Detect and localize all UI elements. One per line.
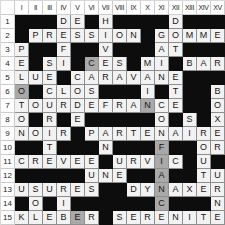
- cell-r6c3[interactable]: C: [43, 85, 57, 99]
- cell-r5c1[interactable]: L: [15, 71, 29, 85]
- cell-r15c7-black: [99, 211, 113, 225]
- cell-r1c6-black: [85, 15, 99, 29]
- cell-r3c2-black: [29, 43, 43, 57]
- cell-r5c8[interactable]: A: [113, 71, 127, 85]
- cell-r4c4[interactable]: I: [57, 57, 71, 71]
- cell-r3c5-black: [71, 43, 85, 57]
- cell-r10c5-black: [71, 141, 85, 155]
- cell-r6c9-black: [127, 85, 141, 99]
- cell-r13c1[interactable]: U: [15, 183, 29, 197]
- cell-r13c12[interactable]: A: [169, 183, 183, 197]
- cell-r10c13-black: [183, 141, 197, 155]
- cell-r8c2-black: [29, 113, 43, 127]
- cell-r6c4[interactable]: L: [57, 85, 71, 99]
- row-header-12: 12: [1, 169, 15, 183]
- cell-r2c9[interactable]: N: [127, 29, 141, 43]
- cell-r11c13-black: [183, 155, 197, 169]
- cell-r12c4-black: [57, 169, 71, 183]
- cell-r10c15[interactable]: R: [211, 141, 225, 155]
- cell-r6c7-black: [99, 85, 113, 99]
- cell-r7c5[interactable]: D: [71, 99, 85, 113]
- cell-r14c1-black: [15, 197, 29, 211]
- cell-r15c4[interactable]: B: [57, 211, 71, 225]
- cell-r5c14-black: [197, 71, 211, 85]
- col-header-XIV: XIV: [197, 1, 211, 15]
- cell-r7c2[interactable]: O: [29, 99, 43, 113]
- cell-r3c13-black: [183, 43, 197, 57]
- cell-r7c14-black: [197, 99, 211, 113]
- cell-r5c11[interactable]: N: [155, 71, 169, 85]
- col-header-VIII: VIII: [113, 1, 127, 15]
- cell-r9c7[interactable]: A: [99, 127, 113, 141]
- cell-r5c10[interactable]: A: [141, 71, 155, 85]
- cell-r8c15[interactable]: X: [211, 113, 225, 127]
- cell-r5c7[interactable]: R: [99, 71, 113, 85]
- cell-r4c10[interactable]: M: [141, 57, 155, 71]
- cell-r15c1[interactable]: K: [15, 211, 29, 225]
- cell-r1c4[interactable]: D: [57, 15, 71, 29]
- cell-r12c12-black: [169, 169, 183, 183]
- cell-r15c10[interactable]: R: [141, 211, 155, 225]
- cell-r8c9-black: [127, 113, 141, 127]
- cell-r3c10-black: [141, 43, 155, 57]
- cell-r11c5[interactable]: E: [71, 155, 85, 169]
- cell-r5c4-black: [57, 71, 71, 85]
- cell-r12c14[interactable]: T: [197, 169, 211, 183]
- cell-r4c7[interactable]: E: [99, 57, 113, 71]
- cell-r6c14-black: [197, 85, 211, 99]
- cell-r7c11[interactable]: C: [155, 99, 169, 113]
- cell-r2c14[interactable]: M: [197, 29, 211, 43]
- cell-r1c14-black: [197, 15, 211, 29]
- cell-r3c3-black: [43, 43, 57, 57]
- cell-r15c11[interactable]: E: [155, 211, 169, 225]
- row-header-13: 13: [1, 183, 15, 197]
- cell-r6c11-black: [155, 85, 169, 99]
- cell-r8c14-black: [197, 113, 211, 127]
- cell-r1c7[interactable]: H: [99, 15, 113, 29]
- col-header-III: III: [43, 1, 57, 15]
- cell-r4c12-black: [169, 57, 183, 71]
- cell-r10c2-black: [29, 141, 43, 155]
- cell-r1c10-black: [141, 15, 155, 29]
- cell-r4c3[interactable]: S: [43, 57, 57, 71]
- cell-r9c3[interactable]: I: [43, 127, 57, 141]
- cell-r8c10-black: [141, 113, 155, 127]
- cell-r3c4[interactable]: F: [57, 43, 71, 57]
- cell-r10c10-black: [141, 141, 155, 155]
- row-header-7: 7: [1, 99, 15, 113]
- cell-r14c11[interactable]: C: [155, 197, 169, 211]
- cell-r3c7[interactable]: V: [99, 43, 113, 57]
- cell-r15c13[interactable]: I: [183, 211, 197, 225]
- col-header-I: I: [15, 1, 29, 15]
- row-header-2: 2: [1, 29, 15, 43]
- col-header-VII: VII: [99, 1, 113, 15]
- cell-r14c13-black: [183, 197, 197, 211]
- cell-r12c15[interactable]: U: [211, 169, 225, 183]
- cell-r14c7-black: [99, 197, 113, 211]
- cell-r3c1[interactable]: P: [15, 43, 29, 57]
- cell-r11c2[interactable]: R: [29, 155, 43, 169]
- cell-r15c6[interactable]: R: [85, 211, 99, 225]
- cell-r2c3[interactable]: R: [43, 29, 57, 43]
- cell-r12c11[interactable]: A: [155, 169, 169, 183]
- cell-r10c14[interactable]: O: [197, 141, 211, 155]
- row-header-3: 3: [1, 43, 15, 57]
- cell-r15c9[interactable]: E: [127, 211, 141, 225]
- col-header-XI: XI: [155, 1, 169, 15]
- row-header-9: 9: [1, 127, 15, 141]
- cell-r10c1-black: [15, 141, 29, 155]
- cell-r9c1[interactable]: N: [15, 127, 29, 141]
- cell-r7c3[interactable]: U: [43, 99, 57, 113]
- cell-r9c10[interactable]: E: [141, 127, 155, 141]
- cell-r3c14-black: [197, 43, 211, 57]
- cell-r11c8[interactable]: U: [113, 155, 127, 169]
- cell-r6c15[interactable]: B: [211, 85, 225, 99]
- cell-r6c6[interactable]: S: [85, 85, 99, 99]
- cell-r15c14[interactable]: T: [197, 211, 211, 225]
- cell-r11c4[interactable]: V: [57, 155, 71, 169]
- cell-r11c1[interactable]: C: [15, 155, 29, 169]
- cell-r4c1[interactable]: E: [15, 57, 29, 71]
- cell-r13c10[interactable]: Y: [141, 183, 155, 197]
- cell-r1c2-black: [29, 15, 43, 29]
- cell-r9c13[interactable]: I: [183, 127, 197, 141]
- cell-r11c6[interactable]: E: [85, 155, 99, 169]
- cell-r8c6-black: [85, 113, 99, 127]
- cell-r2c8[interactable]: O: [113, 29, 127, 43]
- cell-r4c2-black: [29, 57, 43, 71]
- cell-r6c10[interactable]: I: [141, 85, 155, 99]
- cell-r5c5[interactable]: C: [71, 71, 85, 85]
- cell-r10c4-black: [57, 141, 71, 155]
- cell-r1c12[interactable]: D: [169, 15, 183, 29]
- cell-r10c12-black: [169, 141, 183, 155]
- cell-r13c6[interactable]: S: [85, 183, 99, 197]
- cell-r12c1-black: [15, 169, 29, 183]
- cell-r15c5[interactable]: E: [71, 211, 85, 225]
- cell-r11c9[interactable]: R: [127, 155, 141, 169]
- cell-r9c14[interactable]: R: [197, 127, 211, 141]
- cell-r15c12[interactable]: N: [169, 211, 183, 225]
- cell-r13c14[interactable]: E: [197, 183, 211, 197]
- cell-r10c7[interactable]: N: [99, 141, 113, 155]
- cell-r6c12[interactable]: T: [169, 85, 183, 99]
- cell-r9c2[interactable]: O: [29, 127, 43, 141]
- cell-r15c15[interactable]: E: [211, 211, 225, 225]
- cell-r14c12-black: [169, 197, 183, 211]
- col-header-XIII: XIII: [183, 1, 197, 15]
- cell-r5c12[interactable]: E: [169, 71, 183, 85]
- cell-r14c5-black: [71, 197, 85, 211]
- cell-r4c9-black: [127, 57, 141, 71]
- row-header-4: 4: [1, 57, 15, 71]
- cell-r14c10-black: [141, 197, 155, 211]
- cell-r2c12[interactable]: O: [169, 29, 183, 43]
- cell-r13c11[interactable]: N: [155, 183, 169, 197]
- cell-r7c10[interactable]: N: [141, 99, 155, 113]
- cell-r2c10-black: [141, 29, 155, 43]
- cell-r12c6[interactable]: U: [85, 169, 99, 183]
- cell-r1c1-black: [15, 15, 29, 29]
- corner-cell: [1, 1, 15, 15]
- cell-r13c13[interactable]: X: [183, 183, 197, 197]
- cell-r6c13-black: [183, 85, 197, 99]
- cell-r14c6-black: [85, 197, 99, 211]
- cell-r12c7[interactable]: N: [99, 169, 113, 183]
- row-header-11: 11: [1, 155, 15, 169]
- cell-r13c5[interactable]: E: [71, 183, 85, 197]
- cell-r10c3[interactable]: T: [43, 141, 57, 155]
- cell-r4c8[interactable]: S: [113, 57, 127, 71]
- cell-r8c5[interactable]: E: [71, 113, 85, 127]
- cell-r1c13-black: [183, 15, 197, 29]
- cell-r7c6[interactable]: E: [85, 99, 99, 113]
- cell-r11c12[interactable]: C: [169, 155, 183, 169]
- cell-r7c1[interactable]: T: [15, 99, 29, 113]
- cell-r12c13-black: [183, 169, 197, 183]
- cell-r7c9[interactable]: A: [127, 99, 141, 113]
- cell-r8c11[interactable]: O: [155, 113, 169, 127]
- cell-r3c8-black: [113, 43, 127, 57]
- cell-r14c15[interactable]: N: [211, 197, 225, 211]
- cell-r9c12[interactable]: A: [169, 127, 183, 141]
- cell-r3c6-black: [85, 43, 99, 57]
- cell-r6c5[interactable]: O: [71, 85, 85, 99]
- cell-r1c15-black: [211, 15, 225, 29]
- row-header-14: 14: [1, 197, 15, 211]
- cell-r3c9-black: [127, 43, 141, 57]
- cell-r2c15[interactable]: E: [211, 29, 225, 43]
- cell-r7c15[interactable]: O: [211, 99, 225, 113]
- row-header-15: 15: [1, 211, 15, 225]
- cell-r7c7[interactable]: F: [99, 99, 113, 113]
- cell-r8c3[interactable]: R: [43, 113, 57, 127]
- col-header-II: II: [29, 1, 43, 15]
- cell-r4c14[interactable]: A: [197, 57, 211, 71]
- cell-r7c8[interactable]: R: [113, 99, 127, 113]
- cell-r13c2[interactable]: S: [29, 183, 43, 197]
- cell-r5c2[interactable]: U: [29, 71, 43, 85]
- cell-r11c3[interactable]: E: [43, 155, 57, 169]
- cell-r1c9-black: [127, 15, 141, 29]
- cell-r2c6[interactable]: S: [85, 29, 99, 43]
- cell-r5c9[interactable]: V: [127, 71, 141, 85]
- cell-r8c13[interactable]: S: [183, 113, 197, 127]
- cell-r5c13-black: [183, 71, 197, 85]
- cell-r1c11-black: [155, 15, 169, 29]
- cell-r14c2[interactable]: O: [29, 197, 43, 211]
- col-header-V: V: [71, 1, 85, 15]
- cell-r8c4-black: [57, 113, 71, 127]
- col-header-VI: VI: [85, 1, 99, 15]
- cell-r12c10-black: [141, 169, 155, 183]
- cell-r8c12-black: [169, 113, 183, 127]
- cell-r9c4[interactable]: R: [57, 127, 71, 141]
- cell-r8c1[interactable]: O: [15, 113, 29, 127]
- cell-r2c2[interactable]: P: [29, 29, 43, 43]
- cell-r2c7[interactable]: I: [99, 29, 113, 43]
- cell-r2c1-black: [15, 29, 29, 43]
- cell-r9c8[interactable]: R: [113, 127, 127, 141]
- cell-r5c3[interactable]: E: [43, 71, 57, 85]
- cell-r12c5-black: [71, 169, 85, 183]
- cell-r4c6[interactable]: C: [85, 57, 99, 71]
- cell-r6c1[interactable]: O: [15, 85, 29, 99]
- cell-r14c4[interactable]: I: [57, 197, 71, 211]
- cell-r11c15-black: [211, 155, 225, 169]
- cell-r10c8-black: [113, 141, 127, 155]
- cell-r14c3-black: [43, 197, 57, 211]
- cell-r2c13[interactable]: M: [183, 29, 197, 43]
- cell-r3c15-black: [211, 43, 225, 57]
- cell-r4c11[interactable]: I: [155, 57, 169, 71]
- cell-r5c6[interactable]: A: [85, 71, 99, 85]
- cell-r15c8[interactable]: S: [113, 211, 127, 225]
- cell-r13c7-black: [99, 183, 113, 197]
- cell-r6c8-black: [113, 85, 127, 99]
- cell-r1c3-black: [43, 15, 57, 29]
- row-header-6: 6: [1, 85, 15, 99]
- cell-r3c12[interactable]: T: [169, 43, 183, 57]
- cell-r2c4[interactable]: E: [57, 29, 71, 43]
- cell-r12c2-black: [29, 169, 43, 183]
- col-header-XV: XV: [211, 1, 225, 15]
- row-header-8: 8: [1, 113, 15, 127]
- cell-r7c13-black: [183, 99, 197, 113]
- cell-r12c3-black: [43, 169, 57, 183]
- col-header-X: X: [141, 1, 155, 15]
- cell-r12c8[interactable]: E: [113, 169, 127, 183]
- cell-r9c15[interactable]: E: [211, 127, 225, 141]
- cell-r1c5[interactable]: E: [71, 15, 85, 29]
- cell-r4c15[interactable]: R: [211, 57, 225, 71]
- cell-r9c9[interactable]: T: [127, 127, 141, 141]
- cell-r10c9-black: [127, 141, 141, 155]
- cell-r14c14-black: [197, 197, 211, 211]
- cell-r10c11[interactable]: F: [155, 141, 169, 155]
- cell-r11c11[interactable]: I: [155, 155, 169, 169]
- cell-r3c11[interactable]: A: [155, 43, 169, 57]
- cell-r14c8-black: [113, 197, 127, 211]
- cell-r13c15[interactable]: R: [211, 183, 225, 197]
- col-header-XII: XII: [169, 1, 183, 15]
- cell-r13c9[interactable]: D: [127, 183, 141, 197]
- cell-r11c7-black: [99, 155, 113, 169]
- row-header-1: 1: [1, 15, 15, 29]
- cell-r15c3[interactable]: E: [43, 211, 57, 225]
- cell-r11c10[interactable]: V: [141, 155, 155, 169]
- cell-r15c2[interactable]: L: [29, 211, 43, 225]
- cell-r4c5-black: [71, 57, 85, 71]
- cell-r1c8-black: [113, 15, 127, 29]
- col-header-IX: IX: [127, 1, 141, 15]
- cell-r7c4[interactable]: R: [57, 99, 71, 113]
- cell-r11c14[interactable]: U: [197, 155, 211, 169]
- cell-r5c15-black: [211, 71, 225, 85]
- crossword-grid: IIIIIIIVVVIVIIVIIIIXXXIXIIXIIIXIVXV1DEHD…: [0, 0, 225, 225]
- row-header-10: 10: [1, 141, 15, 155]
- cell-r6c2-black: [29, 85, 43, 99]
- col-header-IV: IV: [57, 1, 71, 15]
- cell-r2c11[interactable]: G: [155, 29, 169, 43]
- cell-r9c11[interactable]: N: [155, 127, 169, 141]
- cell-r10c6-black: [85, 141, 99, 155]
- cell-r12c9-black: [127, 169, 141, 183]
- cell-r9c5-black: [71, 127, 85, 141]
- cell-r7c12[interactable]: E: [169, 99, 183, 113]
- cell-r13c8-black: [113, 183, 127, 197]
- cell-r9c6[interactable]: P: [85, 127, 99, 141]
- cell-r8c8-black: [113, 113, 127, 127]
- cell-r13c3[interactable]: U: [43, 183, 57, 197]
- row-header-5: 5: [1, 71, 15, 85]
- cell-r14c9-black: [127, 197, 141, 211]
- cell-r2c5[interactable]: S: [71, 29, 85, 43]
- cell-r8c7-black: [99, 113, 113, 127]
- cell-r13c4[interactable]: R: [57, 183, 71, 197]
- cell-r4c13[interactable]: B: [183, 57, 197, 71]
